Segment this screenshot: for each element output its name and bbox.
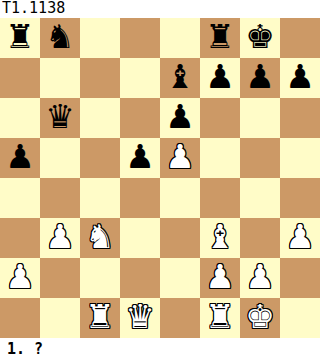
white-pawn-f2: ♟ — [205, 257, 235, 297]
black-rook-a8: ♜ — [5, 17, 35, 57]
square-d8[interactable] — [120, 18, 160, 58]
black-pawn-d5: ♟ — [125, 137, 155, 177]
square-h6[interactable] — [280, 98, 320, 138]
black-queen-b6: ♛ — [45, 97, 75, 137]
square-a4[interactable] — [0, 178, 40, 218]
square-h8[interactable] — [280, 18, 320, 58]
move-prompt: 1. ? — [0, 338, 320, 360]
square-d5[interactable]: ♟ — [120, 138, 160, 178]
square-c5[interactable] — [80, 138, 120, 178]
square-a8[interactable]: ♜ — [0, 18, 40, 58]
square-c7[interactable] — [80, 58, 120, 98]
square-e2[interactable] — [160, 258, 200, 298]
white-pawn-h3: ♟ — [285, 217, 315, 257]
black-pawn-e6: ♟ — [165, 97, 195, 137]
square-g6[interactable] — [240, 98, 280, 138]
square-d3[interactable] — [120, 218, 160, 258]
black-king-g8: ♚ — [245, 17, 275, 57]
white-knight-c3: ♞ — [85, 217, 115, 257]
square-e6[interactable]: ♟ — [160, 98, 200, 138]
black-pawn-a5: ♟ — [5, 137, 35, 177]
square-c8[interactable] — [80, 18, 120, 58]
white-bishop-f3: ♝ — [205, 217, 235, 257]
square-g8[interactable]: ♚ — [240, 18, 280, 58]
square-a5[interactable]: ♟ — [0, 138, 40, 178]
square-f6[interactable] — [200, 98, 240, 138]
chess-board: ♜♞♜♚♝♟♟♟♛♟♟♟♟♟♞♝♟♟♟♟♜♛♜♚ — [0, 18, 320, 338]
white-queen-d1: ♛ — [125, 297, 155, 337]
square-b3[interactable]: ♟ — [40, 218, 80, 258]
square-h3[interactable]: ♟ — [280, 218, 320, 258]
square-d1[interactable]: ♛ — [120, 298, 160, 338]
black-knight-b8: ♞ — [45, 17, 75, 57]
square-b1[interactable] — [40, 298, 80, 338]
square-b8[interactable]: ♞ — [40, 18, 80, 58]
square-c6[interactable] — [80, 98, 120, 138]
black-rook-f8: ♜ — [205, 17, 235, 57]
square-a7[interactable] — [0, 58, 40, 98]
white-king-g1: ♚ — [245, 297, 275, 337]
square-g2[interactable]: ♟ — [240, 258, 280, 298]
black-bishop-e7: ♝ — [165, 57, 195, 97]
square-d7[interactable] — [120, 58, 160, 98]
white-pawn-b3: ♟ — [45, 217, 75, 257]
square-g5[interactable] — [240, 138, 280, 178]
square-d6[interactable] — [120, 98, 160, 138]
square-f4[interactable] — [200, 178, 240, 218]
square-g7[interactable]: ♟ — [240, 58, 280, 98]
square-g4[interactable] — [240, 178, 280, 218]
white-pawn-g2: ♟ — [245, 257, 275, 297]
black-pawn-h7: ♟ — [285, 57, 315, 97]
square-f3[interactable]: ♝ — [200, 218, 240, 258]
black-pawn-g7: ♟ — [245, 57, 275, 97]
square-e1[interactable] — [160, 298, 200, 338]
square-g3[interactable] — [240, 218, 280, 258]
square-c2[interactable] — [80, 258, 120, 298]
white-pawn-e5: ♟ — [165, 137, 195, 177]
square-b5[interactable] — [40, 138, 80, 178]
square-c1[interactable]: ♜ — [80, 298, 120, 338]
square-h1[interactable] — [280, 298, 320, 338]
square-e4[interactable] — [160, 178, 200, 218]
square-a2[interactable]: ♟ — [0, 258, 40, 298]
square-b2[interactable] — [40, 258, 80, 298]
square-b6[interactable]: ♛ — [40, 98, 80, 138]
square-f5[interactable] — [200, 138, 240, 178]
square-c3[interactable]: ♞ — [80, 218, 120, 258]
square-b7[interactable] — [40, 58, 80, 98]
square-e8[interactable] — [160, 18, 200, 58]
square-e5[interactable]: ♟ — [160, 138, 200, 178]
puzzle-id: T1.1138 — [0, 0, 320, 18]
square-e7[interactable]: ♝ — [160, 58, 200, 98]
square-d2[interactable] — [120, 258, 160, 298]
square-a1[interactable] — [0, 298, 40, 338]
square-d4[interactable] — [120, 178, 160, 218]
square-b4[interactable] — [40, 178, 80, 218]
square-h5[interactable] — [280, 138, 320, 178]
square-f1[interactable]: ♜ — [200, 298, 240, 338]
square-a3[interactable] — [0, 218, 40, 258]
white-rook-c1: ♜ — [85, 297, 115, 337]
square-c4[interactable] — [80, 178, 120, 218]
square-h2[interactable] — [280, 258, 320, 298]
white-pawn-a2: ♟ — [5, 257, 35, 297]
square-f7[interactable]: ♟ — [200, 58, 240, 98]
square-f8[interactable]: ♜ — [200, 18, 240, 58]
square-h7[interactable]: ♟ — [280, 58, 320, 98]
square-f2[interactable]: ♟ — [200, 258, 240, 298]
square-g1[interactable]: ♚ — [240, 298, 280, 338]
white-rook-f1: ♜ — [205, 297, 235, 337]
chess-puzzle-app: T1.1138 ♜♞♜♚♝♟♟♟♛♟♟♟♟♟♞♝♟♟♟♟♜♛♜♚ 1. ? — [0, 0, 320, 360]
square-h4[interactable] — [280, 178, 320, 218]
square-e3[interactable] — [160, 218, 200, 258]
black-pawn-f7: ♟ — [205, 57, 235, 97]
square-a6[interactable] — [0, 98, 40, 138]
